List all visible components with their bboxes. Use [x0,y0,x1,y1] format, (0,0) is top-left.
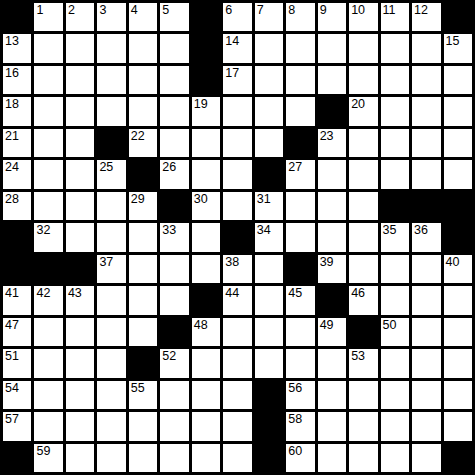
black-cell-2-6 [192,66,220,94]
clue-number-18: 18 [5,97,19,111]
cell-0-8[interactable]: 7 [255,3,283,31]
cell-6-9[interactable] [286,192,314,220]
black-cell-6-13 [412,192,440,220]
black-cell-13-8 [255,412,283,440]
cell-13-2[interactable] [66,412,94,440]
black-cell-7-7 [223,223,251,251]
cell-7-8[interactable]: 34 [255,223,283,251]
black-cell-0-14 [444,3,472,31]
clue-number-21: 21 [5,129,19,143]
cell-9-3[interactable] [97,286,125,314]
clue-number-12: 12 [414,3,428,17]
clue-number-46: 46 [351,286,365,300]
clue-number-58: 58 [288,412,302,426]
cell-13-9[interactable]: 58 [286,412,314,440]
cell-3-5[interactable] [160,97,188,125]
crossword-board: 1234567891011121314151617181920212223242… [0,0,475,475]
clue-number-22: 22 [131,129,145,143]
clue-number-34: 34 [257,223,271,237]
clue-number-1: 1 [36,3,43,17]
cell-5-12[interactable] [381,160,409,188]
cell-13-1[interactable] [34,412,62,440]
clue-number-23: 23 [320,129,334,143]
black-cell-1-6 [192,34,220,62]
clue-number-31: 31 [257,192,271,206]
cell-2-10[interactable] [318,66,346,94]
cell-2-11[interactable] [349,66,377,94]
clue-number-48: 48 [194,318,208,332]
cell-5-6[interactable] [192,160,220,188]
cell-2-7[interactable]: 17 [223,66,251,94]
cell-6-10[interactable] [318,192,346,220]
cell-7-9[interactable] [286,223,314,251]
cell-8-3[interactable]: 37 [97,255,125,283]
clue-number-42: 42 [36,286,50,300]
cell-4-1[interactable] [34,129,62,157]
cell-8-4[interactable] [129,255,157,283]
clue-number-50: 50 [383,318,397,332]
cell-10-8[interactable] [255,318,283,346]
cell-5-14[interactable] [444,160,472,188]
cell-13-12[interactable] [381,412,409,440]
clue-number-7: 7 [257,3,264,17]
cell-4-11[interactable] [349,129,377,157]
cell-3-13[interactable] [412,97,440,125]
cell-3-11[interactable]: 20 [349,97,377,125]
black-cell-8-1 [34,255,62,283]
clue-number-52: 52 [162,349,176,363]
cell-13-0[interactable]: 57 [3,412,31,440]
cell-3-0[interactable]: 18 [3,97,31,125]
cell-8-7[interactable]: 38 [223,255,251,283]
cell-4-7[interactable] [223,129,251,157]
cell-12-7[interactable] [223,381,251,409]
black-cell-5-4 [129,160,157,188]
cell-8-12[interactable] [381,255,409,283]
clue-number-51: 51 [5,349,19,363]
cell-10-10[interactable]: 49 [318,318,346,346]
cell-8-6[interactable] [192,255,220,283]
cell-0-3[interactable]: 3 [97,3,125,31]
cell-14-3[interactable] [97,444,125,472]
cell-5-2[interactable] [66,160,94,188]
clue-number-38: 38 [225,255,239,269]
cell-9-13[interactable] [412,286,440,314]
cell-1-10[interactable] [318,34,346,62]
cell-9-4[interactable] [129,286,157,314]
black-cell-11-4 [129,349,157,377]
cell-11-11[interactable]: 53 [349,349,377,377]
clue-number-3: 3 [99,3,106,17]
cell-1-13[interactable] [412,34,440,62]
cell-5-10[interactable] [318,160,346,188]
cell-0-2[interactable]: 2 [66,3,94,31]
cell-14-5[interactable] [160,444,188,472]
cell-5-0[interactable]: 24 [3,160,31,188]
clue-number-11: 11 [383,3,396,17]
clue-number-24: 24 [5,160,19,174]
cell-11-3[interactable] [97,349,125,377]
cell-1-1[interactable] [34,34,62,62]
clue-number-5: 5 [162,3,169,17]
cell-7-4[interactable] [129,223,157,251]
cell-12-13[interactable] [412,381,440,409]
cell-13-5[interactable] [160,412,188,440]
cell-4-0[interactable]: 21 [3,129,31,157]
cell-11-10[interactable] [318,349,346,377]
cell-14-12[interactable] [381,444,409,472]
cell-9-1[interactable]: 42 [34,286,62,314]
cell-12-6[interactable] [192,381,220,409]
black-cell-14-14 [444,444,472,472]
cell-0-11[interactable]: 10 [349,3,377,31]
cell-11-13[interactable] [412,349,440,377]
clue-number-17: 17 [225,66,239,80]
black-cell-4-9 [286,129,314,157]
cell-12-9[interactable]: 56 [286,381,314,409]
cell-11-5[interactable]: 52 [160,349,188,377]
cell-3-9[interactable] [286,97,314,125]
cell-0-13[interactable]: 12 [412,3,440,31]
cell-4-6[interactable] [192,129,220,157]
clue-number-27: 27 [288,160,302,174]
cell-8-10[interactable]: 39 [318,255,346,283]
cell-14-4[interactable] [129,444,157,472]
cell-7-5[interactable]: 33 [160,223,188,251]
cell-4-14[interactable] [444,129,472,157]
cell-1-8[interactable] [255,34,283,62]
cell-11-8[interactable] [255,349,283,377]
cell-9-9[interactable]: 45 [286,286,314,314]
cell-0-10[interactable]: 9 [318,3,346,31]
cell-12-12[interactable] [381,381,409,409]
clue-number-33: 33 [162,223,176,237]
cell-11-9[interactable] [286,349,314,377]
cell-7-12[interactable]: 35 [381,223,409,251]
cell-8-11[interactable] [349,255,377,283]
cell-3-7[interactable] [223,97,251,125]
cell-5-5[interactable]: 26 [160,160,188,188]
cell-12-1[interactable] [34,381,62,409]
cell-11-0[interactable]: 51 [3,349,31,377]
cell-6-11[interactable] [349,192,377,220]
cell-13-11[interactable] [349,412,377,440]
cell-7-1[interactable]: 32 [34,223,62,251]
cell-14-6[interactable] [192,444,220,472]
clue-number-25: 25 [99,160,113,174]
cell-12-11[interactable] [349,381,377,409]
clue-number-47: 47 [5,318,19,332]
black-cell-5-8 [255,160,283,188]
cell-4-12[interactable] [381,129,409,157]
clue-number-14: 14 [225,34,239,48]
black-cell-7-14 [444,223,472,251]
cell-13-3[interactable] [97,412,125,440]
cell-6-2[interactable] [66,192,94,220]
cell-6-0[interactable]: 28 [3,192,31,220]
black-cell-12-8 [255,381,283,409]
cell-1-3[interactable] [97,34,125,62]
cell-14-2[interactable] [66,444,94,472]
cell-13-13[interactable] [412,412,440,440]
clue-number-40: 40 [446,255,460,269]
clue-number-10: 10 [351,3,365,17]
cell-7-13[interactable]: 36 [412,223,440,251]
cell-3-8[interactable] [255,97,283,125]
cell-4-4[interactable]: 22 [129,129,157,157]
cell-14-11[interactable] [349,444,377,472]
cell-10-6[interactable]: 48 [192,318,220,346]
cell-14-13[interactable] [412,444,440,472]
cell-4-8[interactable] [255,129,283,157]
cell-4-10[interactable]: 23 [318,129,346,157]
cell-3-3[interactable] [97,97,125,125]
cell-13-4[interactable] [129,412,157,440]
cell-6-6[interactable]: 30 [192,192,220,220]
cell-9-11[interactable]: 46 [349,286,377,314]
clue-number-8: 8 [288,3,295,17]
cell-5-3[interactable]: 25 [97,160,125,188]
cell-0-5[interactable]: 5 [160,3,188,31]
cell-4-2[interactable] [66,129,94,157]
cell-3-1[interactable] [34,97,62,125]
cell-9-0[interactable]: 41 [3,286,31,314]
clue-number-29: 29 [131,192,145,206]
black-cell-3-10 [318,97,346,125]
clue-number-41: 41 [5,286,19,300]
cell-8-8[interactable] [255,255,283,283]
cell-2-0[interactable]: 16 [3,66,31,94]
clue-number-54: 54 [5,381,19,395]
cell-2-12[interactable] [381,66,409,94]
clue-number-43: 43 [68,286,82,300]
cell-14-10[interactable] [318,444,346,472]
cell-12-14[interactable] [444,381,472,409]
cell-12-10[interactable] [318,381,346,409]
clue-number-19: 19 [194,97,208,111]
clue-number-13: 13 [5,34,19,48]
black-cell-0-6 [192,3,220,31]
black-cell-9-6 [192,286,220,314]
cell-11-2[interactable] [66,349,94,377]
cell-1-7[interactable]: 14 [223,34,251,62]
cell-9-5[interactable] [160,286,188,314]
cell-3-12[interactable] [381,97,409,125]
cell-12-0[interactable]: 54 [3,381,31,409]
cell-11-1[interactable] [34,349,62,377]
cell-3-6[interactable]: 19 [192,97,220,125]
cell-4-5[interactable] [160,129,188,157]
cell-0-12[interactable]: 11 [381,3,409,31]
black-cell-4-3 [97,129,125,157]
cell-2-1[interactable] [34,66,62,94]
clue-number-55: 55 [131,381,145,395]
cell-12-2[interactable] [66,381,94,409]
clue-number-15: 15 [446,34,460,48]
cell-9-7[interactable]: 44 [223,286,251,314]
cell-1-12[interactable] [381,34,409,62]
clue-number-20: 20 [351,97,365,111]
cell-12-4[interactable]: 55 [129,381,157,409]
clue-number-6: 6 [225,3,232,17]
cell-7-11[interactable] [349,223,377,251]
cell-1-14[interactable]: 15 [444,34,472,62]
cell-1-5[interactable] [160,34,188,62]
black-cell-0-0 [3,3,31,31]
clue-number-32: 32 [36,223,50,237]
black-cell-8-0 [3,255,31,283]
clue-number-60: 60 [288,444,302,458]
cell-10-2[interactable] [66,318,94,346]
cell-3-2[interactable] [66,97,94,125]
cell-5-9[interactable]: 27 [286,160,314,188]
clue-number-44: 44 [225,286,239,300]
cell-4-13[interactable] [412,129,440,157]
cell-2-9[interactable] [286,66,314,94]
cell-1-0[interactable]: 13 [3,34,31,62]
clue-number-39: 39 [320,255,334,269]
clue-number-30: 30 [194,192,208,206]
black-cell-9-10 [318,286,346,314]
cell-14-7[interactable] [223,444,251,472]
clue-number-26: 26 [162,160,176,174]
cell-5-7[interactable] [223,160,251,188]
cell-8-14[interactable]: 40 [444,255,472,283]
cell-9-8[interactable] [255,286,283,314]
clue-number-49: 49 [320,318,334,332]
cell-6-8[interactable]: 31 [255,192,283,220]
cell-10-3[interactable] [97,318,125,346]
cell-10-12[interactable]: 50 [381,318,409,346]
cell-0-1[interactable]: 1 [34,3,62,31]
cell-11-14[interactable] [444,349,472,377]
cell-0-7[interactable]: 6 [223,3,251,31]
cell-2-14[interactable] [444,66,472,94]
crossword-grid: 1234567891011121314151617181920212223242… [0,0,475,475]
black-cell-14-0 [3,444,31,472]
cell-2-3[interactable] [97,66,125,94]
cell-14-1[interactable]: 59 [34,444,62,472]
black-cell-6-14 [444,192,472,220]
black-cell-10-11 [349,318,377,346]
cell-13-10[interactable] [318,412,346,440]
cell-13-14[interactable] [444,412,472,440]
cell-9-12[interactable] [381,286,409,314]
clue-number-56: 56 [288,381,302,395]
clue-number-16: 16 [5,66,19,80]
cell-7-6[interactable] [192,223,220,251]
cell-10-13[interactable] [412,318,440,346]
cell-7-10[interactable] [318,223,346,251]
clue-number-45: 45 [288,286,302,300]
clue-number-28: 28 [5,192,19,206]
cell-5-1[interactable] [34,160,62,188]
cell-2-2[interactable] [66,66,94,94]
cell-1-11[interactable] [349,34,377,62]
cell-10-0[interactable]: 47 [3,318,31,346]
black-cell-8-9 [286,255,314,283]
cell-10-1[interactable] [34,318,62,346]
cell-7-3[interactable] [97,223,125,251]
black-cell-6-5 [160,192,188,220]
cell-14-9[interactable]: 60 [286,444,314,472]
cell-12-5[interactable] [160,381,188,409]
cell-0-9[interactable]: 8 [286,3,314,31]
cell-2-5[interactable] [160,66,188,94]
cell-1-4[interactable] [129,34,157,62]
cell-3-14[interactable] [444,97,472,125]
cell-7-2[interactable] [66,223,94,251]
cell-10-7[interactable] [223,318,251,346]
cell-5-13[interactable] [412,160,440,188]
cell-13-6[interactable] [192,412,220,440]
cell-13-7[interactable] [223,412,251,440]
cell-5-11[interactable] [349,160,377,188]
clue-number-37: 37 [99,255,113,269]
black-cell-6-12 [381,192,409,220]
cell-8-13[interactable] [412,255,440,283]
cell-6-7[interactable] [223,192,251,220]
cell-12-3[interactable] [97,381,125,409]
cell-9-2[interactable]: 43 [66,286,94,314]
black-cell-8-2 [66,255,94,283]
clue-number-59: 59 [36,444,50,458]
clue-number-53: 53 [351,349,365,363]
cell-6-4[interactable]: 29 [129,192,157,220]
black-cell-7-0 [3,223,31,251]
cell-2-13[interactable] [412,66,440,94]
clue-number-57: 57 [5,412,19,426]
cell-11-6[interactable] [192,349,220,377]
cell-1-9[interactable] [286,34,314,62]
cell-9-14[interactable] [444,286,472,314]
cell-10-4[interactable] [129,318,157,346]
cell-2-4[interactable] [129,66,157,94]
clue-number-4: 4 [131,3,138,17]
clue-number-35: 35 [383,223,397,237]
clue-number-9: 9 [320,3,327,17]
clue-number-2: 2 [68,3,75,17]
cell-1-2[interactable] [66,34,94,62]
cell-0-4[interactable]: 4 [129,3,157,31]
black-cell-10-5 [160,318,188,346]
cell-10-9[interactable] [286,318,314,346]
cell-8-5[interactable] [160,255,188,283]
cell-6-3[interactable] [97,192,125,220]
cell-2-8[interactable] [255,66,283,94]
cell-11-7[interactable] [223,349,251,377]
black-cell-14-8 [255,444,283,472]
cell-10-14[interactable] [444,318,472,346]
clue-number-36: 36 [414,223,428,237]
cell-11-12[interactable] [381,349,409,377]
cell-3-4[interactable] [129,97,157,125]
cell-6-1[interactable] [34,192,62,220]
